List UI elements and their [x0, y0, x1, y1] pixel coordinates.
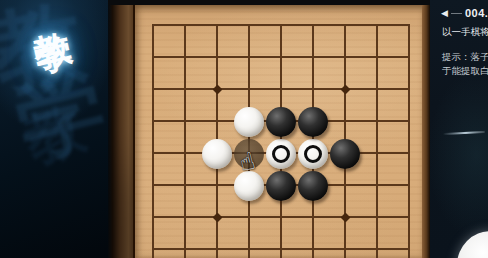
back-arrow-icon[interactable]: ◀ [441, 8, 448, 18]
black-stone [298, 171, 328, 201]
go-board[interactable]: ☝ [133, 5, 426, 258]
left-decorative-panel: 教 学 教 教学 [0, 0, 108, 258]
black-stone [298, 107, 328, 137]
grid-line-vertical [376, 24, 378, 258]
star-point [213, 85, 223, 95]
star-point [341, 213, 351, 223]
hint-line-1: 提示：落子处 [442, 50, 488, 64]
lesson-description: 以一手棋将棋 [442, 26, 488, 39]
black-stone [266, 107, 296, 137]
grid-line-vertical [152, 24, 154, 258]
black-stone [330, 139, 360, 169]
marked-white-stone [298, 139, 328, 169]
black-stone-preview[interactable] [234, 139, 264, 169]
lesson-number: 004. [465, 7, 488, 19]
grid-line-vertical [184, 24, 186, 258]
grid-line-vertical [408, 24, 410, 258]
capture-target-ring [272, 145, 290, 163]
board-top-shadow [108, 0, 430, 5]
lesson-hint: 提示：落子处 于能提取白子 [442, 50, 488, 78]
star-point [341, 85, 351, 95]
board-left-edge [108, 3, 133, 258]
white-stone [234, 171, 264, 201]
board-grid[interactable]: ☝ [152, 24, 408, 258]
light-streak-decoration [443, 131, 485, 135]
marked-white-stone [266, 139, 296, 169]
nav-divider [451, 13, 462, 14]
capture-target-ring [304, 145, 322, 163]
black-stone [266, 171, 296, 201]
lesson-info-panel: ◀ 004. 以一手棋将棋 提示：落子处 于能提取白子 [430, 0, 488, 258]
grid-line-horizontal [152, 216, 410, 218]
lesson-nav: ◀ 004. [441, 7, 488, 19]
white-stone [202, 139, 232, 169]
game-screen: 教 学 教 教学 ☝ ◀ 004. 以一手棋将棋 提示：落子处 于能提取白子 [0, 0, 488, 258]
grid-line-horizontal [152, 248, 410, 250]
star-point [213, 213, 223, 223]
white-stone [234, 107, 264, 137]
hint-line-2: 于能提取白子 [442, 64, 488, 78]
white-stone-decoration [457, 231, 488, 258]
go-board-area: ☝ [108, 0, 430, 258]
board-right-edge [422, 3, 430, 258]
